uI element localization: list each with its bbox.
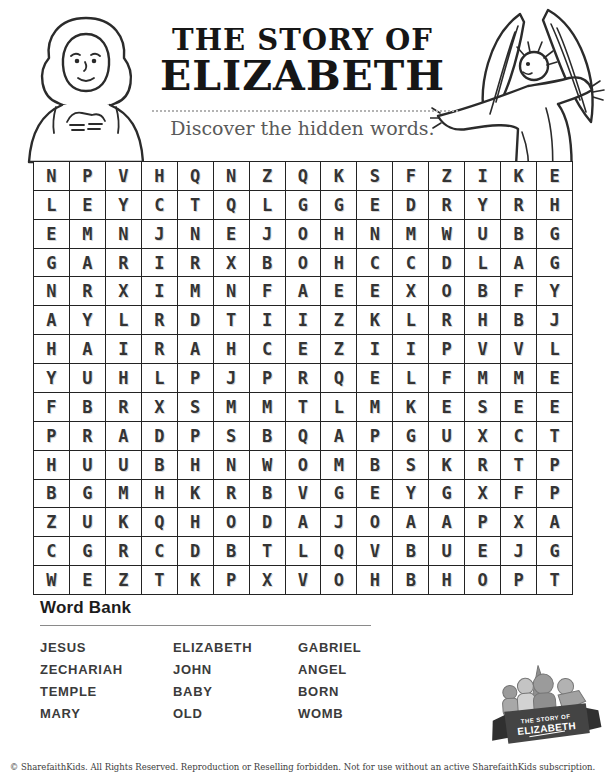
grid-cell-r10c15[interactable]: T: [536, 421, 572, 450]
grid-cell-r13c14[interactable]: X: [500, 507, 536, 536]
page-title-line2: ELIZABETH: [0, 56, 605, 97]
grid-cell-r6c9[interactable]: Z: [320, 305, 356, 334]
grid-cell-r3c7[interactable]: J: [249, 219, 285, 248]
grid-cell-r6c13[interactable]: H: [464, 305, 500, 334]
grid-cell-r1c6[interactable]: N: [213, 161, 249, 190]
grid-cell-r5c6[interactable]: N: [213, 276, 249, 305]
grid-cell-r14c4[interactable]: C: [141, 536, 177, 565]
grid-cell-r4c3[interactable]: R: [105, 248, 141, 277]
grid-cell-r9c12[interactable]: E: [428, 392, 464, 421]
grid-cell-r6c3[interactable]: L: [105, 305, 141, 334]
grid-cell-r9c6[interactable]: M: [213, 392, 249, 421]
grid-cell-r1c3[interactable]: V: [105, 161, 141, 190]
word-bank-item-elizabeth: ELIZABETH: [173, 637, 298, 659]
grid-cell-r10c1[interactable]: P: [33, 421, 69, 450]
grid-cell-r14c14[interactable]: J: [500, 536, 536, 565]
grid-cell-r8c15[interactable]: E: [536, 363, 572, 392]
grid-cell-r13c5[interactable]: H: [177, 507, 213, 536]
grid-cell-r3c14[interactable]: B: [500, 219, 536, 248]
grid-cell-r3c3[interactable]: N: [105, 219, 141, 248]
grid-cell-r5c11[interactable]: X: [392, 276, 428, 305]
grid-cell-r1c15[interactable]: E: [536, 161, 572, 190]
grid-cell-r6c15[interactable]: J: [536, 305, 572, 334]
grid-cell-r13c9[interactable]: J: [320, 507, 356, 536]
grid-cell-r2c8[interactable]: G: [285, 190, 321, 219]
grid-cell-r11c2[interactable]: U: [69, 450, 105, 479]
grid-cell-r5c14[interactable]: F: [500, 276, 536, 305]
grid-cell-r1c13[interactable]: I: [464, 161, 500, 190]
grid-cell-r3c13[interactable]: U: [464, 219, 500, 248]
word-bank-item-born: BORN: [298, 681, 480, 703]
grid-cell-r4c7[interactable]: B: [249, 248, 285, 277]
grid-cell-r10c13[interactable]: X: [464, 421, 500, 450]
grid-cell-r3c1[interactable]: E: [33, 219, 69, 248]
word-bank-item-zechariah: ZECHARIAH: [40, 659, 173, 681]
subtitle: Discover the hidden words.: [0, 117, 605, 139]
grid-cell-r5c13[interactable]: B: [464, 276, 500, 305]
grid-cell-r9c14[interactable]: E: [500, 392, 536, 421]
grid-cell-r15c7[interactable]: X: [249, 565, 285, 594]
grid-cell-r11c8[interactable]: O: [285, 450, 321, 479]
grid-cell-r7c14[interactable]: V: [500, 334, 536, 363]
grid-cell-r15c11[interactable]: B: [392, 565, 428, 594]
grid-cell-r8c5[interactable]: P: [177, 363, 213, 392]
grid-cell-r9c8[interactable]: T: [285, 392, 321, 421]
word-bank-item-angel: ANGEL: [298, 659, 480, 681]
grid-cell-r9c4[interactable]: X: [141, 392, 177, 421]
grid-cell-r11c6[interactable]: N: [213, 450, 249, 479]
grid-cell-r9c9[interactable]: L: [320, 392, 356, 421]
grid-cell-r6c8[interactable]: I: [285, 305, 321, 334]
grid-cell-r6c14[interactable]: B: [500, 305, 536, 334]
grid-cell-r1c9[interactable]: K: [320, 161, 356, 190]
grid-cell-r14c12[interactable]: U: [428, 536, 464, 565]
grid-cell-r11c14[interactable]: T: [500, 450, 536, 479]
grid-cell-r11c1[interactable]: H: [33, 450, 69, 479]
grid-cell-r11c10[interactable]: B: [356, 450, 392, 479]
grid-cell-r11c7[interactable]: W: [249, 450, 285, 479]
grid-cell-r14c1[interactable]: C: [33, 536, 69, 565]
grid-cell-r8c10[interactable]: E: [356, 363, 392, 392]
grid-cell-r13c8[interactable]: A: [285, 507, 321, 536]
grid-cell-r11c4[interactable]: B: [141, 450, 177, 479]
grid-cell-r13c10[interactable]: O: [356, 507, 392, 536]
grid-cell-r5c15[interactable]: Y: [536, 276, 572, 305]
grid-cell-r7c1[interactable]: H: [33, 334, 69, 363]
word-bank-item-baby: BABY: [173, 681, 298, 703]
grid-cell-r15c6[interactable]: P: [213, 565, 249, 594]
grid-cell-r2c10[interactable]: E: [356, 190, 392, 219]
grid-cell-r6c12[interactable]: R: [428, 305, 464, 334]
grid-cell-r7c6[interactable]: H: [213, 334, 249, 363]
grid-cell-r11c12[interactable]: K: [428, 450, 464, 479]
grid-cell-r13c6[interactable]: O: [213, 507, 249, 536]
grid-cell-r13c3[interactable]: K: [105, 507, 141, 536]
grid-cell-r4c14[interactable]: A: [500, 248, 536, 277]
grid-cell-r1c5[interactable]: Q: [177, 161, 213, 190]
grid-cell-r4c15[interactable]: G: [536, 248, 572, 277]
word-bank-item-old: OLD: [173, 703, 298, 725]
grid-cell-r15c2[interactable]: E: [69, 565, 105, 594]
grid-cell-r2c12[interactable]: R: [428, 190, 464, 219]
grid-cell-r1c12[interactable]: Z: [428, 161, 464, 190]
grid-cell-r12c3[interactable]: M: [105, 479, 141, 508]
grid-cell-r7c3[interactable]: I: [105, 334, 141, 363]
grid-cell-r2c2[interactable]: E: [69, 190, 105, 219]
grid-cell-r14c8[interactable]: L: [285, 536, 321, 565]
grid-cell-r12c4[interactable]: H: [141, 479, 177, 508]
grid-cell-r1c4[interactable]: H: [141, 161, 177, 190]
grid-cell-r14c7[interactable]: T: [249, 536, 285, 565]
grid-cell-r3c11[interactable]: M: [392, 219, 428, 248]
grid-cell-r13c15[interactable]: A: [536, 507, 572, 536]
grid-cell-r7c5[interactable]: A: [177, 334, 213, 363]
grid-cell-r8c6[interactable]: J: [213, 363, 249, 392]
grid-cell-r12c15[interactable]: P: [536, 479, 572, 508]
word-bank-heading: Word Bank: [40, 598, 480, 618]
grid-cell-r2c5[interactable]: T: [177, 190, 213, 219]
word-bank-item-temple: TEMPLE: [40, 681, 173, 703]
grid-cell-r5c2[interactable]: R: [69, 276, 105, 305]
grid-cell-r4c4[interactable]: I: [141, 248, 177, 277]
worksheet-page: THE STORY OF ELIZABETH Discover the hidd…: [0, 0, 605, 776]
grid-cell-r8c8[interactable]: R: [285, 363, 321, 392]
grid-cell-r8c14[interactable]: M: [500, 363, 536, 392]
grid-cell-r6c4[interactable]: R: [141, 305, 177, 334]
grid-cell-r15c3[interactable]: Z: [105, 565, 141, 594]
grid-cell-r12c12[interactable]: G: [428, 479, 464, 508]
grid-cell-r15c12[interactable]: H: [428, 565, 464, 594]
grid-cell-r12c7[interactable]: B: [249, 479, 285, 508]
grid-cell-r13c13[interactable]: P: [464, 507, 500, 536]
grid-cell-r12c5[interactable]: K: [177, 479, 213, 508]
grid-cell-r10c4[interactable]: D: [141, 421, 177, 450]
word-bank-item-john: JOHN: [173, 659, 298, 681]
grid-cell-r6c11[interactable]: L: [392, 305, 428, 334]
word-bank-item-mary: MARY: [40, 703, 173, 725]
grid-cell-r6c2[interactable]: Y: [69, 305, 105, 334]
grid-cell-r9c5[interactable]: S: [177, 392, 213, 421]
grid-cell-r6c6[interactable]: T: [213, 305, 249, 334]
grid-cell-r2c4[interactable]: C: [141, 190, 177, 219]
grid-cell-r14c5[interactable]: D: [177, 536, 213, 565]
grid-cell-r10c5[interactable]: P: [177, 421, 213, 450]
word-bank-columns: JESUSZECHARIAHTEMPLEMARY ELIZABETHJOHNBA…: [40, 637, 480, 725]
grid-cell-r4c5[interactable]: R: [177, 248, 213, 277]
grid-cell-r9c1[interactable]: F: [33, 392, 69, 421]
grid-cell-r6c10[interactable]: K: [356, 305, 392, 334]
grid-cell-r10c14[interactable]: C: [500, 421, 536, 450]
sharefaith-badge: THE STORY OF ELIZABETH: [484, 655, 605, 761]
grid-cell-r4c8[interactable]: O: [285, 248, 321, 277]
grid-cell-r10c10[interactable]: P: [356, 421, 392, 450]
grid-cell-r15c10[interactable]: H: [356, 565, 392, 594]
grid-cell-r7c9[interactable]: Z: [320, 334, 356, 363]
grid-cell-r4c13[interactable]: L: [464, 248, 500, 277]
grid-cell-r8c9[interactable]: Q: [320, 363, 356, 392]
grid-cell-r12c14[interactable]: F: [500, 479, 536, 508]
grid-cell-r4c6[interactable]: X: [213, 248, 249, 277]
grid-cell-r2c3[interactable]: Y: [105, 190, 141, 219]
grid-cell-r11c11[interactable]: S: [392, 450, 428, 479]
grid-cell-r6c1[interactable]: A: [33, 305, 69, 334]
grid-cell-r12c2[interactable]: G: [69, 479, 105, 508]
grid-cell-r11c5[interactable]: H: [177, 450, 213, 479]
grid-cell-r12c8[interactable]: V: [285, 479, 321, 508]
grid-cell-r7c4[interactable]: R: [141, 334, 177, 363]
grid-cell-r9c11[interactable]: K: [392, 392, 428, 421]
grid-cell-r1c10[interactable]: S: [356, 161, 392, 190]
grid-cell-r3c15[interactable]: G: [536, 219, 572, 248]
grid-cell-r1c11[interactable]: F: [392, 161, 428, 190]
grid-cell-r10c11[interactable]: G: [392, 421, 428, 450]
grid-cell-r3c4[interactable]: J: [141, 219, 177, 248]
grid-cell-r2c9[interactable]: G: [320, 190, 356, 219]
grid-cell-r4c12[interactable]: D: [428, 248, 464, 277]
grid-cell-r10c12[interactable]: U: [428, 421, 464, 450]
grid-cell-r3c8[interactable]: O: [285, 219, 321, 248]
grid-cell-r8c3[interactable]: H: [105, 363, 141, 392]
grid-cell-r4c2[interactable]: A: [69, 248, 105, 277]
grid-cell-r1c7[interactable]: Z: [249, 161, 285, 190]
grid-cell-r1c14[interactable]: K: [500, 161, 536, 190]
grid-cell-r15c13[interactable]: O: [464, 565, 500, 594]
grid-cell-r12c6[interactable]: R: [213, 479, 249, 508]
grid-cell-r5c12[interactable]: O: [428, 276, 464, 305]
grid-cell-r5c4[interactable]: I: [141, 276, 177, 305]
grid-cell-r15c15[interactable]: T: [536, 565, 572, 594]
grid-cell-r15c14[interactable]: P: [500, 565, 536, 594]
grid-cell-r6c7[interactable]: I: [249, 305, 285, 334]
grid-cell-r5c9[interactable]: E: [320, 276, 356, 305]
grid-cell-r3c5[interactable]: N: [177, 219, 213, 248]
grid-cell-r9c7[interactable]: M: [249, 392, 285, 421]
grid-cell-r13c4[interactable]: Q: [141, 507, 177, 536]
word-search-grid: NPVHQNZQKSFZIKELEYCTQLGGEDRYRHEMNJNEJOHN…: [33, 161, 573, 595]
grid-cell-r7c13[interactable]: V: [464, 334, 500, 363]
grid-cell-r9c2[interactable]: B: [69, 392, 105, 421]
grid-cell-r11c3[interactable]: U: [105, 450, 141, 479]
grid-cell-r3c10[interactable]: N: [356, 219, 392, 248]
grid-cell-r14c10[interactable]: V: [356, 536, 392, 565]
grid-cell-r1c8[interactable]: Q: [285, 161, 321, 190]
word-bank-item-womb: WOMB: [298, 703, 480, 725]
grid-cell-r1c2[interactable]: P: [69, 161, 105, 190]
grid-cell-r1c1[interactable]: N: [33, 161, 69, 190]
grid-cell-r5c1[interactable]: N: [33, 276, 69, 305]
grid-cell-r11c13[interactable]: R: [464, 450, 500, 479]
grid-cell-r2c13[interactable]: Y: [464, 190, 500, 219]
grid-cell-r3c9[interactable]: H: [320, 219, 356, 248]
grid-cell-r5c10[interactable]: E: [356, 276, 392, 305]
grid-cell-r11c15[interactable]: P: [536, 450, 572, 479]
dotted-divider: [152, 110, 458, 112]
grid-cell-r6c5[interactable]: D: [177, 305, 213, 334]
grid-cell-r5c3[interactable]: X: [105, 276, 141, 305]
grid-cell-r12c1[interactable]: B: [33, 479, 69, 508]
grid-cell-r15c5[interactable]: K: [177, 565, 213, 594]
grid-cell-r10c8[interactable]: Q: [285, 421, 321, 450]
grid-cell-r12c10[interactable]: E: [356, 479, 392, 508]
grid-cell-r10c3[interactable]: A: [105, 421, 141, 450]
grid-cell-r14c3[interactable]: R: [105, 536, 141, 565]
grid-cell-r2c14[interactable]: R: [500, 190, 536, 219]
copyright-footer: © SharefaithKids. All Rights Reserved. R…: [0, 762, 605, 772]
grid-cell-r7c7[interactable]: C: [249, 334, 285, 363]
grid-cell-r2c1[interactable]: L: [33, 190, 69, 219]
grid-cell-r14c13[interactable]: E: [464, 536, 500, 565]
grid-cell-r7c15[interactable]: L: [536, 334, 572, 363]
grid-cell-r7c10[interactable]: I: [356, 334, 392, 363]
grid-cell-r15c8[interactable]: V: [285, 565, 321, 594]
word-bank: Word Bank JESUSZECHARIAHTEMPLEMARY ELIZA…: [40, 598, 480, 725]
grid-cell-r7c11[interactable]: I: [392, 334, 428, 363]
grid-cell-r5c5[interactable]: M: [177, 276, 213, 305]
grid-cell-r5c7[interactable]: F: [249, 276, 285, 305]
grid-cell-r2c15[interactable]: H: [536, 190, 572, 219]
grid-cell-r8c11[interactable]: L: [392, 363, 428, 392]
grid-cell-r15c4[interactable]: T: [141, 565, 177, 594]
grid-cell-r2c7[interactable]: L: [249, 190, 285, 219]
grid-cell-r14c11[interactable]: B: [392, 536, 428, 565]
grid-cell-r4c1[interactable]: G: [33, 248, 69, 277]
grid-cell-r15c9[interactable]: O: [320, 565, 356, 594]
grid-cell-r10c2[interactable]: R: [69, 421, 105, 450]
grid-cell-r9c3[interactable]: R: [105, 392, 141, 421]
grid-cell-r10c6[interactable]: S: [213, 421, 249, 450]
grid-cell-r13c11[interactable]: A: [392, 507, 428, 536]
grid-cell-r2c11[interactable]: D: [392, 190, 428, 219]
grid-cell-r13c2[interactable]: U: [69, 507, 105, 536]
grid-cell-r11c9[interactable]: M: [320, 450, 356, 479]
grid-cell-r8c13[interactable]: M: [464, 363, 500, 392]
grid-cell-r7c8[interactable]: E: [285, 334, 321, 363]
word-bank-item-jesus: JESUS: [40, 637, 173, 659]
grid-cell-r13c12[interactable]: A: [428, 507, 464, 536]
grid-cell-r10c7[interactable]: B: [249, 421, 285, 450]
grid-cell-r4c11[interactable]: C: [392, 248, 428, 277]
grid-cell-r13c7[interactable]: D: [249, 507, 285, 536]
page-title: THE STORY OF ELIZABETH: [0, 25, 605, 97]
grid-cell-r14c15[interactable]: G: [536, 536, 572, 565]
word-bank-item-gabriel: GABRIEL: [298, 637, 480, 659]
grid-cell-r10c9[interactable]: A: [320, 421, 356, 450]
grid-cell-r15c1[interactable]: W: [33, 565, 69, 594]
grid-cell-r9c15[interactable]: E: [536, 392, 572, 421]
grid-cell-r12c13[interactable]: X: [464, 479, 500, 508]
grid-cell-r14c2[interactable]: G: [69, 536, 105, 565]
word-bank-column-2: ELIZABETHJOHNBABYOLD: [173, 637, 298, 725]
grid-cell-r3c2[interactable]: M: [69, 219, 105, 248]
grid-cell-r14c6[interactable]: B: [213, 536, 249, 565]
grid-cell-r8c2[interactable]: U: [69, 363, 105, 392]
grid-cell-r7c12[interactable]: P: [428, 334, 464, 363]
grid-cell-r8c4[interactable]: L: [141, 363, 177, 392]
grid-cell-r8c7[interactable]: P: [249, 363, 285, 392]
grid-cell-r5c8[interactable]: A: [285, 276, 321, 305]
grid-cell-r9c13[interactable]: S: [464, 392, 500, 421]
grid-cell-r14c9[interactable]: Q: [320, 536, 356, 565]
grid-cell-r2c6[interactable]: Q: [213, 190, 249, 219]
grid-cell-r12c11[interactable]: Y: [392, 479, 428, 508]
grid-cell-r7c2[interactable]: A: [69, 334, 105, 363]
grid-cell-r4c9[interactable]: H: [320, 248, 356, 277]
grid-cell-r9c10[interactable]: M: [356, 392, 392, 421]
grid-cell-r3c6[interactable]: E: [213, 219, 249, 248]
word-bank-column-1: JESUSZECHARIAHTEMPLEMARY: [40, 637, 173, 725]
grid-cell-r13c1[interactable]: Z: [33, 507, 69, 536]
grid-cell-r8c1[interactable]: Y: [33, 363, 69, 392]
word-bank-rule: [40, 625, 371, 626]
word-bank-column-3: GABRIELANGELBORNWOMB: [298, 637, 480, 725]
grid-cell-r12c9[interactable]: G: [320, 479, 356, 508]
grid-cell-r4c10[interactable]: C: [356, 248, 392, 277]
grid-cell-r8c12[interactable]: F: [428, 363, 464, 392]
grid-cell-r3c12[interactable]: W: [428, 219, 464, 248]
